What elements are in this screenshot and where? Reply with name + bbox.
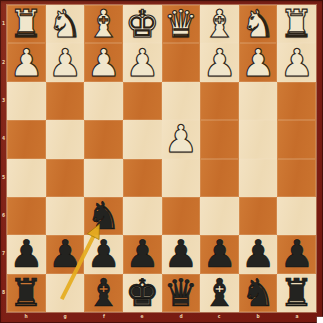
black-bishop[interactable]: ♝ [87, 274, 121, 312]
white-bishop[interactable]: ♝ [87, 5, 121, 43]
square-h1[interactable]: ♜ [7, 5, 46, 43]
white-pawn[interactable]: ♟ [241, 44, 275, 82]
square-d6[interactable] [162, 197, 201, 235]
square-f1[interactable]: ♝ [84, 5, 123, 43]
square-h7[interactable]: ♟ [7, 235, 46, 273]
square-g3[interactable] [46, 82, 85, 120]
square-c8[interactable]: ♝ [200, 274, 239, 312]
square-a4[interactable] [277, 120, 316, 158]
square-b4[interactable] [239, 120, 278, 158]
square-c7[interactable]: ♟ [200, 235, 239, 273]
black-pawn[interactable]: ♟ [202, 235, 236, 273]
square-d7[interactable]: ♟ [162, 235, 201, 273]
square-e8[interactable]: ♚ [123, 274, 162, 312]
square-c5[interactable] [200, 159, 239, 197]
square-c6[interactable] [200, 197, 239, 235]
square-f6[interactable]: ♞ [84, 197, 123, 235]
black-pawn[interactable]: ♟ [9, 235, 43, 273]
white-bishop[interactable]: ♝ [202, 5, 236, 43]
black-bishop[interactable]: ♝ [202, 274, 236, 312]
square-e6[interactable] [123, 197, 162, 235]
white-pawn[interactable]: ♟ [125, 44, 159, 82]
square-g5[interactable] [46, 159, 85, 197]
square-g8[interactable] [46, 274, 85, 312]
black-pawn[interactable]: ♟ [87, 235, 121, 273]
chess-board: ♜♞♝♚♛♝♞♜♟♟♟♟♟♟♟♟♞♟♟♟♟♟♟♟♟♜♝♚♛♝♞♜ 1234567… [0, 0, 323, 323]
square-f8[interactable]: ♝ [84, 274, 123, 312]
square-g4[interactable] [46, 120, 85, 158]
square-a7[interactable]: ♟ [277, 235, 316, 273]
square-g2[interactable]: ♟ [46, 43, 85, 81]
square-d1[interactable]: ♛ [162, 5, 201, 43]
black-pawn[interactable]: ♟ [125, 235, 159, 273]
square-f5[interactable] [84, 159, 123, 197]
square-e2[interactable]: ♟ [123, 43, 162, 81]
square-h3[interactable] [7, 82, 46, 120]
square-d2[interactable] [162, 43, 201, 81]
white-king[interactable]: ♚ [125, 5, 159, 43]
square-g7[interactable]: ♟ [46, 235, 85, 273]
white-pawn[interactable]: ♟ [164, 120, 198, 158]
black-knight[interactable]: ♞ [87, 197, 121, 235]
white-pawn[interactable]: ♟ [9, 44, 43, 82]
black-pawn[interactable]: ♟ [48, 235, 82, 273]
square-a6[interactable] [277, 197, 316, 235]
square-h5[interactable] [7, 159, 46, 197]
square-e3[interactable] [123, 82, 162, 120]
square-e7[interactable]: ♟ [123, 235, 162, 273]
white-knight[interactable]: ♞ [241, 5, 275, 43]
square-b5[interactable] [239, 159, 278, 197]
square-b7[interactable]: ♟ [239, 235, 278, 273]
square-c4[interactable] [200, 120, 239, 158]
white-pawn[interactable]: ♟ [280, 44, 314, 82]
square-e5[interactable] [123, 159, 162, 197]
square-g1[interactable]: ♞ [46, 5, 85, 43]
square-b1[interactable]: ♞ [239, 5, 278, 43]
square-f4[interactable] [84, 120, 123, 158]
square-f3[interactable] [84, 82, 123, 120]
square-h8[interactable]: ♜ [7, 274, 46, 312]
white-queen[interactable]: ♛ [164, 5, 198, 43]
square-h2[interactable]: ♟ [7, 43, 46, 81]
square-d5[interactable] [162, 159, 201, 197]
black-rook[interactable]: ♜ [280, 274, 314, 312]
square-e4[interactable] [123, 120, 162, 158]
white-pawn[interactable]: ♟ [48, 44, 82, 82]
resize-handle[interactable] [317, 317, 323, 323]
black-rook[interactable]: ♜ [9, 274, 43, 312]
square-h6[interactable] [7, 197, 46, 235]
square-c3[interactable] [200, 82, 239, 120]
square-c2[interactable]: ♟ [200, 43, 239, 81]
square-b8[interactable]: ♞ [239, 274, 278, 312]
square-a2[interactable]: ♟ [277, 43, 316, 81]
chess-board-grid: ♜♞♝♚♛♝♞♜♟♟♟♟♟♟♟♟♞♟♟♟♟♟♟♟♟♜♝♚♛♝♞♜ [7, 5, 316, 312]
black-pawn[interactable]: ♟ [164, 235, 198, 273]
black-queen[interactable]: ♛ [164, 274, 198, 312]
white-pawn[interactable]: ♟ [202, 44, 236, 82]
white-rook[interactable]: ♜ [9, 5, 43, 43]
square-a3[interactable] [277, 82, 316, 120]
square-e1[interactable]: ♚ [123, 5, 162, 43]
white-rook[interactable]: ♜ [280, 5, 314, 43]
square-d4[interactable]: ♟ [162, 120, 201, 158]
square-d3[interactable] [162, 82, 201, 120]
square-f2[interactable]: ♟ [84, 43, 123, 81]
square-a5[interactable] [277, 159, 316, 197]
square-b6[interactable] [239, 197, 278, 235]
square-b3[interactable] [239, 82, 278, 120]
square-a8[interactable]: ♜ [277, 274, 316, 312]
square-c1[interactable]: ♝ [200, 5, 239, 43]
square-g6[interactable] [46, 197, 85, 235]
square-a1[interactable]: ♜ [277, 5, 316, 43]
white-knight[interactable]: ♞ [48, 5, 82, 43]
black-knight[interactable]: ♞ [241, 274, 275, 312]
square-f7[interactable]: ♟ [84, 235, 123, 273]
white-pawn[interactable]: ♟ [87, 44, 121, 82]
black-pawn[interactable]: ♟ [280, 235, 314, 273]
black-king[interactable]: ♚ [125, 274, 159, 312]
black-pawn[interactable]: ♟ [241, 235, 275, 273]
square-b2[interactable]: ♟ [239, 43, 278, 81]
square-d8[interactable]: ♛ [162, 274, 201, 312]
square-h4[interactable] [7, 120, 46, 158]
